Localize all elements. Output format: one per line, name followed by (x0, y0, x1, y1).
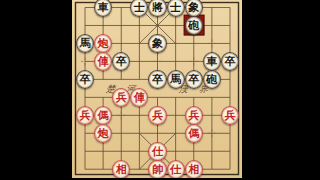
board-intersection[interactable]: 炮 (94, 124, 112, 142)
black-soldier-piece[interactable]: 卒 (148, 70, 166, 89)
board-intersection[interactable] (167, 16, 185, 34)
board-intersection[interactable] (76, 124, 94, 142)
board-intersection[interactable]: 相 (112, 160, 130, 178)
board-intersection[interactable] (167, 52, 185, 70)
board-intersection[interactable] (167, 142, 185, 160)
board-intersection[interactable] (112, 34, 130, 52)
black-advisor-piece[interactable]: 士 (130, 0, 148, 17)
black-horse-piece[interactable]: 馬 (167, 70, 185, 89)
board-intersection[interactable] (221, 160, 239, 178)
board-intersection[interactable] (94, 142, 112, 160)
board-intersection[interactable] (221, 16, 239, 34)
board-intersection[interactable] (76, 88, 94, 106)
board-intersection[interactable] (112, 106, 130, 124)
board-intersection[interactable] (203, 106, 221, 124)
board-intersection[interactable] (76, 160, 94, 178)
black-chariot-piece[interactable]: 車 (94, 0, 112, 17)
board-intersection[interactable] (203, 0, 221, 16)
red-general-piece[interactable]: 帥 (148, 160, 166, 178)
board-intersection[interactable]: 象 (148, 34, 166, 52)
board-intersection[interactable] (221, 124, 239, 142)
board-intersection[interactable] (130, 124, 148, 142)
black-cannon-piece[interactable]: 砲 (185, 16, 203, 35)
board-intersection[interactable] (221, 70, 239, 88)
board-intersection[interactable] (203, 142, 221, 160)
board-intersection[interactable] (94, 70, 112, 88)
black-general-piece[interactable]: 將 (148, 0, 166, 17)
black-horse-piece[interactable]: 馬 (76, 34, 94, 53)
xiangqi-board: 楚河 漢界 車士將士象砲馬炮象俥卒車卒卒卒馬卒砲兵俥兵傌兵兵兵炮傌仕相帥仕相 (72, 0, 242, 178)
board-intersection[interactable] (130, 106, 148, 124)
board-intersection[interactable] (130, 16, 148, 34)
board-intersection[interactable] (185, 34, 203, 52)
board-intersection[interactable] (130, 160, 148, 178)
pieces-grid: 車士將士象砲馬炮象俥卒車卒卒卒馬卒砲兵俥兵傌兵兵兵炮傌仕相帥仕相 (76, 0, 239, 178)
board-intersection[interactable] (94, 88, 112, 106)
board-intersection[interactable]: 車 (203, 52, 221, 70)
board-intersection[interactable]: 士 (167, 0, 185, 16)
red-chariot-piece[interactable]: 俥 (94, 52, 112, 71)
board-intersection[interactable] (112, 16, 130, 34)
board-intersection[interactable]: 象 (185, 0, 203, 16)
board-intersection[interactable]: 相 (185, 160, 203, 178)
board-intersection[interactable]: 炮 (94, 34, 112, 52)
board-intersection[interactable]: 馬 (167, 70, 185, 88)
board-intersection[interactable]: 俥 (130, 88, 148, 106)
board-intersection[interactable] (112, 70, 130, 88)
board-intersection[interactable] (203, 34, 221, 52)
red-chariot-piece[interactable]: 俥 (130, 88, 148, 107)
board-intersection[interactable] (167, 34, 185, 52)
board-intersection[interactable] (221, 0, 239, 16)
red-soldier-piece[interactable]: 兵 (185, 106, 203, 125)
black-elephant-piece[interactable]: 象 (148, 34, 166, 53)
board-intersection[interactable] (148, 52, 166, 70)
board-intersection[interactable] (203, 88, 221, 106)
board-intersection[interactable]: 帥 (148, 160, 166, 178)
board-intersection[interactable] (76, 0, 94, 16)
board-intersection[interactable] (130, 52, 148, 70)
board-intersection[interactable]: 將 (148, 0, 166, 16)
board-intersection[interactable] (94, 160, 112, 178)
board-intersection[interactable]: 卒 (76, 70, 94, 88)
board-intersection[interactable]: 卒 (112, 52, 130, 70)
board-intersection[interactable] (185, 88, 203, 106)
black-soldier-piece[interactable]: 卒 (112, 52, 130, 71)
board-intersection[interactable] (112, 142, 130, 160)
board-intersection[interactable] (185, 52, 203, 70)
board-intersection[interactable]: 仕 (167, 160, 185, 178)
red-elephant-piece[interactable]: 相 (185, 160, 203, 178)
board-intersection[interactable] (112, 124, 130, 142)
board-intersection[interactable]: 卒 (221, 52, 239, 70)
red-cannon-piece[interactable]: 炮 (94, 124, 112, 143)
board-intersection[interactable] (203, 16, 221, 34)
board-intersection[interactable]: 卒 (148, 70, 166, 88)
red-soldier-piece[interactable]: 兵 (112, 88, 130, 107)
board-intersection[interactable]: 士 (130, 0, 148, 16)
black-elephant-piece[interactable]: 象 (185, 0, 203, 17)
board-intersection[interactable] (112, 0, 130, 16)
black-soldier-piece[interactable]: 卒 (221, 52, 239, 71)
red-soldier-piece[interactable]: 兵 (148, 106, 166, 125)
red-advisor-piece[interactable]: 仕 (148, 142, 166, 161)
red-horse-piece[interactable]: 傌 (185, 124, 203, 143)
board-intersection[interactable]: 傌 (185, 124, 203, 142)
board-intersection[interactable] (130, 34, 148, 52)
board-intersection[interactable] (94, 16, 112, 34)
board-intersection[interactable]: 兵 (221, 106, 239, 124)
board-intersection[interactable]: 傌 (94, 106, 112, 124)
board-intersection[interactable]: 俥 (94, 52, 112, 70)
board-intersection[interactable]: 仕 (148, 142, 166, 160)
board-intersection[interactable] (76, 16, 94, 34)
board-intersection[interactable] (203, 160, 221, 178)
board-intersection[interactable]: 車 (94, 0, 112, 16)
board-intersection[interactable] (130, 142, 148, 160)
board-intersection[interactable]: 兵 (76, 106, 94, 124)
board-intersection[interactable] (185, 142, 203, 160)
board-intersection[interactable] (148, 88, 166, 106)
board-intersection[interactable] (221, 142, 239, 160)
black-chariot-piece[interactable]: 車 (203, 52, 221, 71)
board-intersection[interactable] (167, 106, 185, 124)
board-intersection[interactable] (130, 70, 148, 88)
board-intersection[interactable]: 砲 (203, 70, 221, 88)
red-advisor-piece[interactable]: 仕 (167, 160, 185, 178)
black-soldier-piece[interactable]: 卒 (185, 70, 203, 89)
black-soldier-piece[interactable]: 卒 (76, 70, 94, 89)
board-intersection[interactable] (148, 124, 166, 142)
board-intersection[interactable] (148, 16, 166, 34)
black-advisor-piece[interactable]: 士 (167, 0, 185, 17)
board-intersection[interactable] (167, 88, 185, 106)
board-intersection[interactable]: 兵 (185, 106, 203, 124)
board-intersection[interactable] (167, 124, 185, 142)
red-soldier-piece[interactable]: 兵 (221, 106, 239, 125)
board-intersection[interactable]: 兵 (112, 88, 130, 106)
black-cannon-piece[interactable]: 砲 (203, 70, 221, 89)
red-cannon-piece[interactable]: 炮 (94, 34, 112, 53)
board-intersection[interactable] (76, 142, 94, 160)
board-intersection[interactable] (221, 34, 239, 52)
board-intersection[interactable] (203, 124, 221, 142)
red-soldier-piece[interactable]: 兵 (76, 106, 94, 125)
board-intersection[interactable]: 卒 (185, 70, 203, 88)
screen: 楚河 漢界 車士將士象砲馬炮象俥卒車卒卒卒馬卒砲兵俥兵傌兵兵兵炮傌仕相帥仕相 (0, 0, 320, 180)
red-horse-piece[interactable]: 傌 (94, 106, 112, 125)
board-intersection[interactable] (221, 88, 239, 106)
red-elephant-piece[interactable]: 相 (112, 160, 130, 178)
board-intersection[interactable]: 砲 (185, 16, 203, 34)
board-intersection[interactable] (76, 52, 94, 70)
board-intersection[interactable]: 兵 (148, 106, 166, 124)
board-intersection[interactable]: 馬 (76, 34, 94, 52)
